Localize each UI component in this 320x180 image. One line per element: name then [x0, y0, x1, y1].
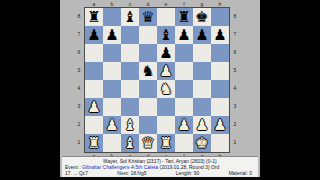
square-h6[interactable]	[211, 44, 229, 62]
game-info-bar: Mayer, Sol Kristian (2317) - Tari, Aryan…	[62, 156, 258, 177]
square-b4[interactable]	[103, 80, 121, 98]
square-e7[interactable]: ♝	[157, 26, 175, 44]
square-e5[interactable]: ♟	[157, 62, 175, 80]
square-a4[interactable]	[85, 80, 103, 98]
square-a7[interactable]: ♟	[85, 26, 103, 44]
letterbox-left	[0, 0, 60, 180]
square-f7[interactable]: ♟	[175, 26, 193, 44]
square-d2[interactable]	[139, 116, 157, 134]
square-c3[interactable]	[121, 98, 139, 116]
black-queen-icon: ♛	[141, 8, 154, 26]
square-d6[interactable]	[139, 44, 157, 62]
game-length: Length: 90	[176, 170, 200, 176]
coord-label: 5	[74, 61, 84, 79]
square-e8[interactable]	[157, 8, 175, 26]
white-queen-icon: ♛	[141, 134, 154, 152]
black-pawn-icon: ♟	[195, 26, 208, 44]
square-c4[interactable]	[121, 80, 139, 98]
white-pawn-icon: ♟	[177, 116, 190, 134]
square-d1[interactable]: ♛	[139, 134, 157, 152]
square-h5[interactable]	[211, 62, 229, 80]
coord-label: 1	[230, 133, 240, 151]
square-e1[interactable]: ♜	[157, 134, 175, 152]
white-pawn-icon: ♟	[195, 116, 208, 134]
square-d7[interactable]	[139, 26, 157, 44]
black-pawn-icon: ♟	[159, 44, 172, 62]
coord-label: 8	[230, 7, 240, 25]
square-c8[interactable]: ♝	[121, 8, 139, 26]
rank-labels-right: 87654321	[230, 7, 240, 153]
bottom-bar	[60, 177, 260, 180]
square-c2[interactable]: ♝	[121, 116, 139, 134]
move-info-line: 17. ... Qc7 Next: 18.Ng5 Length: 90 Mate…	[62, 170, 258, 176]
coord-label: 4	[74, 79, 84, 97]
square-a2[interactable]	[85, 116, 103, 134]
square-b2[interactable]: ♟	[103, 116, 121, 134]
square-h7[interactable]: ♟	[211, 26, 229, 44]
coord-label: 7	[74, 25, 84, 43]
square-e3[interactable]	[157, 98, 175, 116]
video-frame: abcdefgh 87654321 ♜♝♛♜♚♟♟♝♟♟♟♟♞♟♞♟♟♝♟♟♟♜…	[0, 0, 320, 180]
next-move: Next: 18.Ng5	[117, 170, 146, 176]
square-e6[interactable]: ♟	[157, 44, 175, 62]
square-b8[interactable]	[103, 8, 121, 26]
black-rook-icon: ♜	[87, 8, 100, 26]
square-a3[interactable]: ♟	[85, 98, 103, 116]
black-knight-icon: ♞	[141, 62, 154, 80]
coord-label: 2	[74, 115, 84, 133]
coord-label: 5	[230, 61, 240, 79]
square-b3[interactable]	[103, 98, 121, 116]
square-f6[interactable]	[175, 44, 193, 62]
square-a5[interactable]	[85, 62, 103, 80]
rank-labels-left: 87654321	[74, 7, 84, 153]
white-rook-icon: ♜	[159, 134, 172, 152]
square-d5[interactable]: ♞	[139, 62, 157, 80]
square-d4[interactable]	[139, 80, 157, 98]
square-d8[interactable]: ♛	[139, 8, 157, 26]
square-b6[interactable]	[103, 44, 121, 62]
black-rook-icon: ♜	[177, 8, 190, 26]
square-d3[interactable]	[139, 98, 157, 116]
square-f5[interactable]	[175, 62, 193, 80]
black-pawn-icon: ♟	[213, 26, 226, 44]
white-pawn-icon: ♟	[159, 62, 172, 80]
black-king-icon: ♚	[195, 8, 208, 26]
material-balance: Material: 0	[229, 170, 252, 176]
black-pawn-icon: ♟	[177, 26, 190, 44]
move-played: 17. ... Qc7	[65, 170, 88, 176]
square-g2[interactable]: ♟	[193, 116, 211, 134]
square-e4[interactable]: ♞	[157, 80, 175, 98]
square-a8[interactable]: ♜	[85, 8, 103, 26]
square-h8[interactable]	[211, 8, 229, 26]
chess-board: ♜♝♛♜♚♟♟♝♟♟♟♟♞♟♞♟♟♝♟♟♟♜♝♛♜♚	[84, 7, 230, 153]
square-f3[interactable]	[175, 98, 193, 116]
square-g8[interactable]: ♚	[193, 8, 211, 26]
coord-label: 3	[230, 97, 240, 115]
square-g3[interactable]	[193, 98, 211, 116]
square-c6[interactable]	[121, 44, 139, 62]
coord-label: 3	[74, 97, 84, 115]
square-b5[interactable]	[103, 62, 121, 80]
square-c1[interactable]: ♝	[121, 134, 139, 152]
coord-label: 1	[74, 133, 84, 151]
white-rook-icon: ♜	[87, 134, 100, 152]
square-f8[interactable]: ♜	[175, 8, 193, 26]
coord-label: 4	[230, 79, 240, 97]
black-bishop-icon: ♝	[123, 8, 136, 26]
square-g6[interactable]	[193, 44, 211, 62]
square-c7[interactable]	[121, 26, 139, 44]
square-g5[interactable]	[193, 62, 211, 80]
square-f2[interactable]: ♟	[175, 116, 193, 134]
black-pawn-icon: ♟	[87, 26, 100, 44]
square-c5[interactable]	[121, 62, 139, 80]
square-g4[interactable]	[193, 80, 211, 98]
letterbox-right	[260, 0, 320, 180]
square-f4[interactable]	[175, 80, 193, 98]
white-bishop-icon: ♝	[123, 116, 136, 134]
black-bishop-icon: ♝	[159, 26, 172, 44]
white-knight-icon: ♞	[159, 80, 172, 98]
square-b1[interactable]	[103, 134, 121, 152]
black-pawn-icon: ♟	[105, 26, 118, 44]
square-h2[interactable]: ♟	[211, 116, 229, 134]
white-pawn-icon: ♟	[213, 116, 226, 134]
square-g7[interactable]: ♟	[193, 26, 211, 44]
white-pawn-icon: ♟	[105, 116, 118, 134]
chess-gui-window: abcdefgh 87654321 ♜♝♛♜♚♟♟♝♟♟♟♟♞♟♞♟♟♝♟♟♟♜…	[60, 0, 260, 180]
coord-label: 7	[230, 25, 240, 43]
square-a1[interactable]: ♜	[85, 134, 103, 152]
coord-label: 6	[230, 43, 240, 61]
white-pawn-icon: ♟	[87, 98, 100, 116]
square-h1[interactable]	[211, 134, 229, 152]
square-h4[interactable]	[211, 80, 229, 98]
square-f1[interactable]	[175, 134, 193, 152]
square-h3[interactable]	[211, 98, 229, 116]
board-frame: abcdefgh 87654321 ♜♝♛♜♚♟♟♝♟♟♟♟♞♟♞♟♟♝♟♟♟♜…	[60, 0, 260, 156]
white-king-icon: ♚	[195, 134, 208, 152]
square-e2[interactable]	[157, 116, 175, 134]
square-g1[interactable]: ♚	[193, 134, 211, 152]
white-bishop-icon: ♝	[123, 134, 136, 152]
square-b7[interactable]: ♟	[103, 26, 121, 44]
coord-label: 6	[74, 43, 84, 61]
square-a6[interactable]	[85, 44, 103, 62]
coord-label: 8	[74, 7, 84, 25]
coord-label: 2	[230, 115, 240, 133]
